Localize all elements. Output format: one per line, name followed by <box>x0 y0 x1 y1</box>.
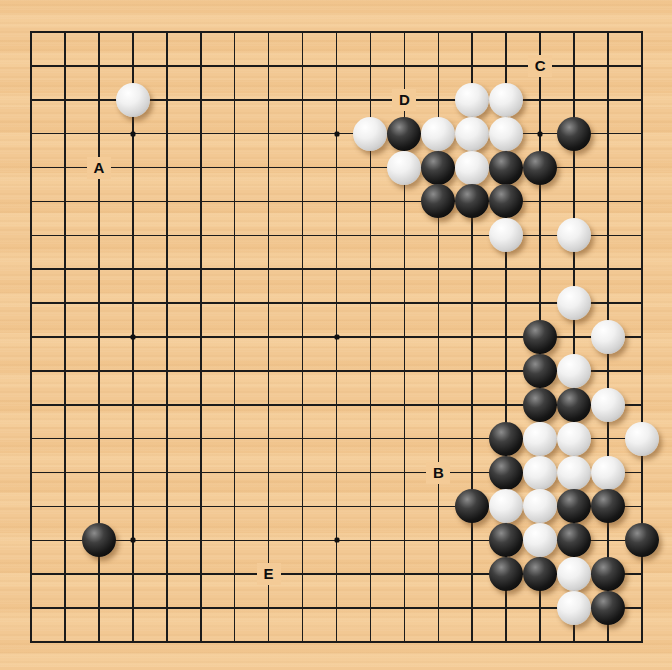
star-point <box>334 335 339 340</box>
label-point-d[interactable]: D <box>392 89 416 111</box>
black-stone <box>625 523 659 557</box>
white-stone <box>353 117 387 151</box>
white-stone <box>489 489 523 523</box>
black-stone <box>557 523 591 557</box>
label-point-c[interactable]: C <box>528 55 552 77</box>
black-stone <box>523 151 557 185</box>
white-stone <box>387 151 421 185</box>
black-stone <box>489 557 523 591</box>
black-stone <box>591 489 625 523</box>
white-stone <box>591 456 625 490</box>
star-point <box>334 538 339 543</box>
white-stone <box>557 591 591 625</box>
black-stone <box>557 489 591 523</box>
black-stone <box>489 456 523 490</box>
black-stone <box>489 151 523 185</box>
white-stone <box>557 456 591 490</box>
black-stone <box>591 557 625 591</box>
white-stone <box>523 456 557 490</box>
white-stone <box>557 422 591 456</box>
black-stone <box>421 151 455 185</box>
black-stone <box>523 557 557 591</box>
black-stone <box>455 184 489 218</box>
black-stone <box>489 422 523 456</box>
white-stone <box>489 117 523 151</box>
white-stone <box>557 218 591 252</box>
grid-line-horizontal <box>30 641 643 643</box>
label-point-a[interactable]: A <box>87 157 111 179</box>
black-stone <box>489 523 523 557</box>
white-stone <box>523 489 557 523</box>
black-stone <box>523 354 557 388</box>
white-stone <box>523 422 557 456</box>
white-stone <box>489 218 523 252</box>
white-stone <box>591 388 625 422</box>
black-stone <box>489 184 523 218</box>
black-stone <box>591 591 625 625</box>
star-point <box>130 131 135 136</box>
go-board: ABCDE <box>0 0 672 670</box>
star-point <box>538 131 543 136</box>
white-stone <box>455 151 489 185</box>
black-stone <box>455 489 489 523</box>
white-stone <box>557 286 591 320</box>
black-stone <box>421 184 455 218</box>
white-stone <box>455 117 489 151</box>
black-stone <box>557 117 591 151</box>
star-point <box>334 131 339 136</box>
white-stone <box>557 354 591 388</box>
star-point <box>130 538 135 543</box>
white-stone <box>625 422 659 456</box>
white-stone <box>557 557 591 591</box>
black-stone <box>523 388 557 422</box>
grid-line-horizontal <box>30 607 643 609</box>
black-stone <box>523 320 557 354</box>
star-point <box>130 335 135 340</box>
white-stone <box>523 523 557 557</box>
black-stone <box>557 388 591 422</box>
white-stone <box>116 83 150 117</box>
white-stone <box>489 83 523 117</box>
white-stone <box>421 117 455 151</box>
white-stone <box>455 83 489 117</box>
white-stone <box>591 320 625 354</box>
label-point-b[interactable]: B <box>426 462 450 484</box>
black-stone <box>387 117 421 151</box>
label-point-e[interactable]: E <box>257 563 281 585</box>
black-stone <box>82 523 116 557</box>
